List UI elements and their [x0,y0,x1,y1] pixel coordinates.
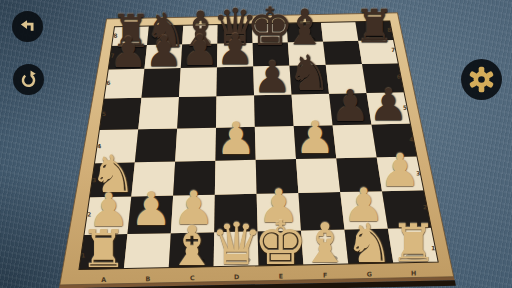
square-b5[interactable] [138,97,180,129]
piece-white-pawn-b2[interactable]: ♟ [130,186,172,232]
square-b4[interactable] [134,128,178,162]
piece-white-pawn-f4[interactable]: ♟ [295,116,335,161]
rank-label-left-5: 5 [102,111,106,117]
rank-label-right-2: 2 [423,204,427,210]
piece-white-bishop-c1[interactable]: ♝ [167,219,216,274]
redo-button[interactable] [13,64,44,95]
piece-white-pawn-d4[interactable]: ♟ [216,118,256,163]
square-g8[interactable] [321,22,358,42]
piece-black-pawn-a7[interactable]: ♟ [109,32,147,74]
square-b1[interactable] [123,233,171,268]
piece-black-pawn-b7[interactable]: ♟ [145,31,183,73]
rank-label-left-6: 6 [106,80,110,86]
undo-arrow-icon [18,17,37,36]
piece-white-rook-a1[interactable]: ♜ [80,224,126,276]
settings-button[interactable] [461,59,502,100]
file-label-b: B [145,275,150,283]
undo-button[interactable] [12,11,43,42]
piece-white-pawn-h3[interactable]: ♟ [380,147,421,193]
piece-black-pawn-g5[interactable]: ♟ [330,84,369,128]
gear-icon [465,63,498,96]
piece-black-pawn-d7[interactable]: ♟ [216,30,254,72]
piece-black-rook-h8[interactable]: ♜ [354,4,395,49]
square-c5[interactable] [176,96,217,128]
piece-black-pawn-c7[interactable]: ♟ [181,30,219,72]
piece-black-pawn-h5[interactable]: ♟ [369,83,408,127]
table-surface: ABCDEFGH1122334455667788 ♜♞♝♛♚♝♜♟♟♟♟♟♞♟♟… [0,0,512,288]
piece-white-bishop-f1[interactable]: ♝ [300,216,349,271]
circular-refresh-icon [19,70,38,89]
piece-black-knight-f6[interactable]: ♞ [287,50,331,99]
piece-black-pawn-e6[interactable]: ♟ [253,55,292,98]
piece-white-rook-h1[interactable]: ♜ [390,217,436,269]
piece-white-knight-g1[interactable]: ♞ [345,216,393,270]
rank-label-right-4: 4 [409,137,413,143]
square-e4[interactable] [255,126,296,160]
square-c4[interactable] [174,128,216,162]
